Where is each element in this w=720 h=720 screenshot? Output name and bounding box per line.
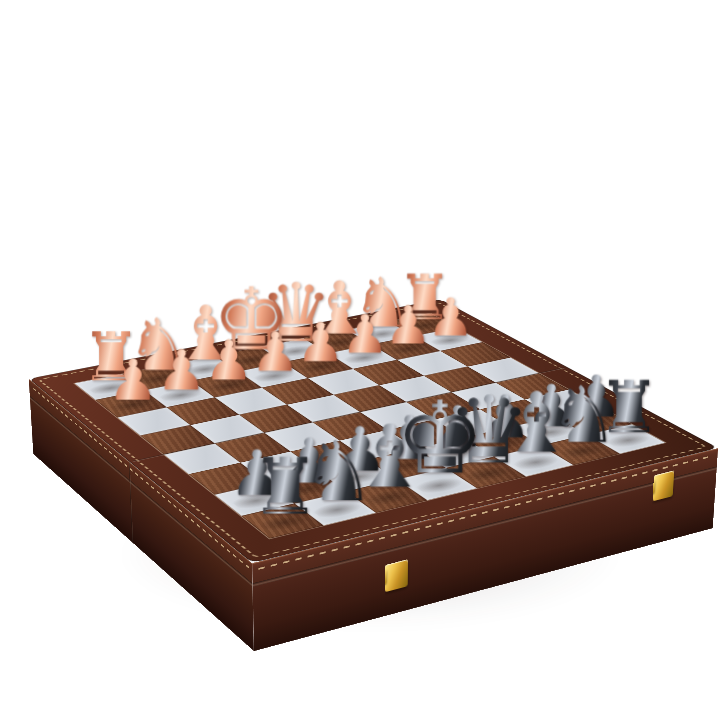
piece-glyph: ♟ — [157, 343, 207, 399]
piece-glyph: ♟ — [204, 333, 254, 388]
piece-glyph: ♟ — [108, 352, 159, 409]
square-h8[interactable]: ♜ — [242, 504, 324, 539]
piece-glyph: ♜ — [250, 449, 320, 527]
piece-glyph: ♟ — [251, 325, 300, 380]
piece-glyph: ♟ — [385, 299, 433, 352]
piece-glyph: ♟ — [427, 291, 474, 343]
perspective-wrapper: ♜♞♝♚♛♝♞♜♟♟♟♟♟♟♟♟♟♟♟♟♟♟♟♟♜♞♝♚♛♝♞♜ — [0, 0, 720, 720]
gold-latch-icon[interactable] — [653, 470, 675, 501]
square-f3[interactable] — [215, 388, 287, 415]
gold-latch-icon[interactable] — [385, 559, 408, 592]
piece-glyph: ♟ — [341, 307, 389, 361]
piece-glyph: ♟ — [296, 316, 345, 370]
product-photo-stage: ♜♞♝♚♛♝♞♜♟♟♟♟♟♟♟♟♟♟♟♟♟♟♟♟♜♞♝♚♛♝♞♜ — [0, 0, 720, 720]
left-fold-seam — [129, 461, 134, 543]
